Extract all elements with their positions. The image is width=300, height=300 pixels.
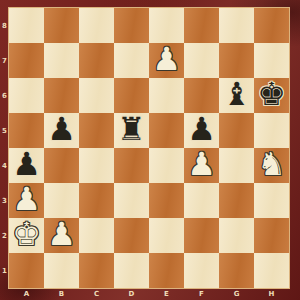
square-b7[interactable]: [44, 43, 79, 78]
piece-black-pawn[interactable]: ♟: [187, 112, 216, 147]
rank-label-2: 2: [0, 218, 9, 253]
square-b3[interactable]: [44, 183, 79, 218]
square-h4[interactable]: ♞: [254, 148, 289, 183]
square-c4[interactable]: [79, 148, 114, 183]
square-h8[interactable]: [254, 8, 289, 43]
file-label-e: E: [149, 288, 184, 300]
rank-label-4: 4: [0, 148, 9, 183]
square-g7[interactable]: [219, 43, 254, 78]
rank-label-8: 8: [0, 8, 9, 43]
square-c3[interactable]: [79, 183, 114, 218]
square-g4[interactable]: [219, 148, 254, 183]
square-h2[interactable]: [254, 218, 289, 253]
square-e3[interactable]: [149, 183, 184, 218]
square-e2[interactable]: [149, 218, 184, 253]
square-d6[interactable]: [114, 78, 149, 113]
square-c6[interactable]: [79, 78, 114, 113]
square-e8[interactable]: [149, 8, 184, 43]
square-a4[interactable]: ♟: [9, 148, 44, 183]
square-f1[interactable]: [184, 253, 219, 288]
piece-black-pawn[interactable]: ♟: [12, 147, 41, 182]
square-a7[interactable]: [9, 43, 44, 78]
square-d2[interactable]: [114, 218, 149, 253]
square-g1[interactable]: [219, 253, 254, 288]
square-h1[interactable]: [254, 253, 289, 288]
square-f2[interactable]: [184, 218, 219, 253]
chess-diagram: 87654321 ♟♝♚♟♜♟♟♟♞♟♚♟ ABCDEFGH: [0, 0, 300, 300]
file-labels: ABCDEFGH: [9, 288, 289, 300]
square-c1[interactable]: [79, 253, 114, 288]
piece-white-pawn[interactable]: ♟: [152, 42, 181, 77]
square-b8[interactable]: [44, 8, 79, 43]
square-e5[interactable]: [149, 113, 184, 148]
piece-black-rook[interactable]: ♜: [117, 112, 146, 147]
rank-label-3: 3: [0, 183, 9, 218]
square-h6[interactable]: ♚: [254, 78, 289, 113]
square-f7[interactable]: [184, 43, 219, 78]
square-d3[interactable]: [114, 183, 149, 218]
square-d1[interactable]: [114, 253, 149, 288]
square-g2[interactable]: [219, 218, 254, 253]
piece-white-pawn[interactable]: ♟: [187, 147, 216, 182]
square-c5[interactable]: [79, 113, 114, 148]
square-a1[interactable]: [9, 253, 44, 288]
piece-black-bishop[interactable]: ♝: [222, 77, 251, 112]
square-a6[interactable]: [9, 78, 44, 113]
piece-black-king[interactable]: ♚: [257, 77, 286, 112]
square-g8[interactable]: [219, 8, 254, 43]
square-g3[interactable]: [219, 183, 254, 218]
square-b5[interactable]: ♟: [44, 113, 79, 148]
square-a8[interactable]: [9, 8, 44, 43]
square-a5[interactable]: [9, 113, 44, 148]
rank-label-6: 6: [0, 78, 9, 113]
square-b1[interactable]: [44, 253, 79, 288]
square-b2[interactable]: ♟: [44, 218, 79, 253]
file-label-a: A: [9, 288, 44, 300]
piece-white-king[interactable]: ♚: [12, 217, 41, 252]
square-f3[interactable]: [184, 183, 219, 218]
square-h7[interactable]: [254, 43, 289, 78]
square-e4[interactable]: [149, 148, 184, 183]
piece-white-pawn[interactable]: ♟: [12, 182, 41, 217]
square-f4[interactable]: ♟: [184, 148, 219, 183]
square-e6[interactable]: [149, 78, 184, 113]
square-f5[interactable]: ♟: [184, 113, 219, 148]
square-c7[interactable]: [79, 43, 114, 78]
square-h3[interactable]: [254, 183, 289, 218]
square-g5[interactable]: [219, 113, 254, 148]
square-d4[interactable]: [114, 148, 149, 183]
square-c8[interactable]: [79, 8, 114, 43]
square-d5[interactable]: ♜: [114, 113, 149, 148]
square-d8[interactable]: [114, 8, 149, 43]
file-label-g: G: [219, 288, 254, 300]
square-f8[interactable]: [184, 8, 219, 43]
piece-white-pawn[interactable]: ♟: [47, 217, 76, 252]
piece-black-pawn[interactable]: ♟: [47, 112, 76, 147]
piece-white-knight[interactable]: ♞: [257, 147, 286, 182]
square-e7[interactable]: ♟: [149, 43, 184, 78]
square-a2[interactable]: ♚: [9, 218, 44, 253]
file-label-b: B: [44, 288, 79, 300]
file-label-f: F: [184, 288, 219, 300]
file-label-c: C: [79, 288, 114, 300]
square-a3[interactable]: ♟: [9, 183, 44, 218]
square-f6[interactable]: [184, 78, 219, 113]
square-b4[interactable]: [44, 148, 79, 183]
file-label-h: H: [254, 288, 289, 300]
square-c2[interactable]: [79, 218, 114, 253]
square-g6[interactable]: ♝: [219, 78, 254, 113]
square-d7[interactable]: [114, 43, 149, 78]
rank-label-5: 5: [0, 113, 9, 148]
rank-label-1: 1: [0, 253, 9, 288]
square-h5[interactable]: [254, 113, 289, 148]
rank-label-7: 7: [0, 43, 9, 78]
rank-labels: 87654321: [0, 8, 9, 288]
square-b6[interactable]: [44, 78, 79, 113]
square-e1[interactable]: [149, 253, 184, 288]
file-label-d: D: [114, 288, 149, 300]
chess-board: ♟♝♚♟♜♟♟♟♞♟♚♟: [9, 8, 289, 288]
